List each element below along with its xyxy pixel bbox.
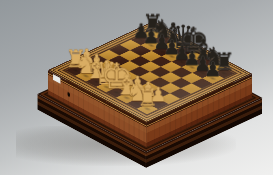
- label-sticker: [53, 74, 60, 84]
- piece-black-pawn[interactable]: ♟: [204, 59, 222, 79]
- piece-white-rook[interactable]: ♜: [137, 86, 158, 110]
- keyhole: [68, 92, 70, 97]
- photo-background: ♜♞♝♛♚♝♞♜♟♟♟♟♟♟♟♟♟♟♟♟♟♟♟♟♜♞♝♛♚♝♞♜: [0, 0, 273, 175]
- square-h1[interactable]: ♜: [137, 104, 158, 115]
- square-h7[interactable]: ♟: [203, 73, 224, 84]
